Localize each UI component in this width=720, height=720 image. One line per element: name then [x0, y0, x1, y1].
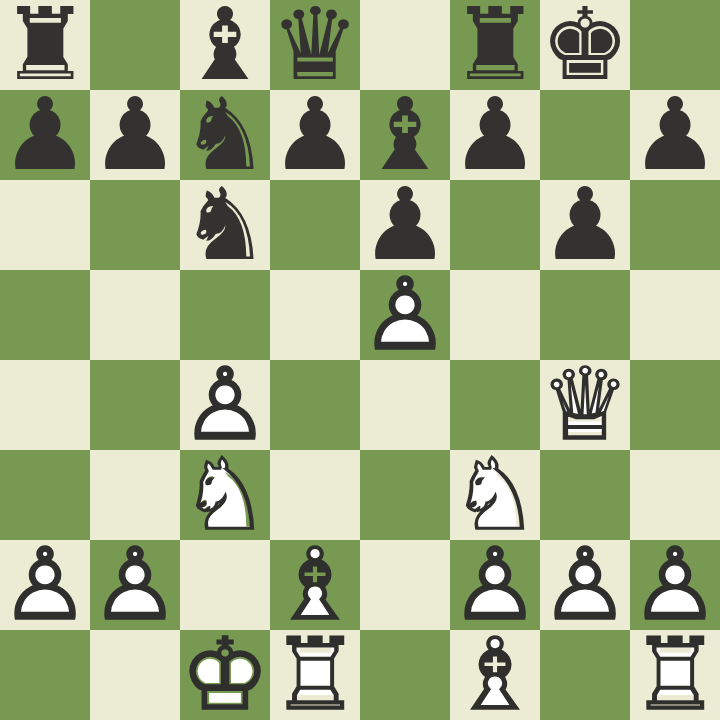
square-a2[interactable]: ♟♙ [0, 540, 90, 630]
square-a7[interactable]: ♟♙ [0, 90, 90, 180]
square-e6[interactable]: ♟♙ [360, 180, 450, 270]
white-bishop-outline: ♗ [450, 630, 540, 720]
square-f7[interactable]: ♟♙ [450, 90, 540, 180]
square-g6[interactable]: ♟♙ [540, 180, 630, 270]
square-e5[interactable]: ♟♙ [360, 270, 450, 360]
white-queen-outline: ♕ [540, 360, 630, 450]
square-h3[interactable] [630, 450, 720, 540]
piece-black-pawn: ♟♙ [450, 90, 540, 180]
white-pawn-outline: ♙ [540, 540, 630, 630]
square-e3[interactable] [360, 450, 450, 540]
square-h1[interactable]: ♜♖ [630, 630, 720, 720]
piece-black-rook: ♜♖ [450, 0, 540, 90]
square-b6[interactable] [90, 180, 180, 270]
white-pawn-glyph: ♟ [540, 540, 630, 630]
piece-black-pawn: ♟♙ [270, 90, 360, 180]
square-g1[interactable] [540, 630, 630, 720]
white-pawn-outline: ♙ [450, 540, 540, 630]
piece-black-bishop: ♝♗ [360, 90, 450, 180]
white-pawn-glyph: ♟ [630, 540, 720, 630]
square-c1[interactable]: ♚♔ [180, 630, 270, 720]
square-b4[interactable] [90, 360, 180, 450]
square-h5[interactable] [630, 270, 720, 360]
square-a5[interactable] [0, 270, 90, 360]
square-a4[interactable] [0, 360, 90, 450]
piece-black-knight: ♞♘ [180, 180, 270, 270]
square-e1[interactable] [360, 630, 450, 720]
square-d1[interactable]: ♜♖ [270, 630, 360, 720]
white-knight-outline: ♘ [180, 450, 270, 540]
piece-white-bishop: ♝♗ [450, 630, 540, 720]
square-g2[interactable]: ♟♙ [540, 540, 630, 630]
piece-white-pawn: ♟♙ [630, 540, 720, 630]
square-e2[interactable] [360, 540, 450, 630]
square-g3[interactable] [540, 450, 630, 540]
black-pawn-glyph: ♟ [270, 90, 360, 180]
square-e4[interactable] [360, 360, 450, 450]
square-b1[interactable] [90, 630, 180, 720]
white-pawn-glyph: ♟ [450, 540, 540, 630]
white-king-outline: ♔ [180, 630, 270, 720]
piece-white-bishop: ♝♗ [270, 540, 360, 630]
square-e7[interactable]: ♝♗ [360, 90, 450, 180]
black-rook-glyph: ♜ [450, 0, 540, 90]
chess-app: ♜♖♝♗♛♕♜♖♚♔♟♙♟♙♞♘♟♙♝♗♟♙♟♙♞♘♟♙♟♙♟♙♟♙♛♕♞♘♞♘… [0, 0, 720, 720]
white-pawn-outline: ♙ [630, 540, 720, 630]
piece-black-pawn: ♟♙ [630, 90, 720, 180]
white-pawn-glyph: ♟ [0, 540, 90, 630]
white-bishop-outline: ♗ [270, 540, 360, 630]
piece-black-pawn: ♟♙ [0, 90, 90, 180]
square-f1[interactable]: ♝♗ [450, 630, 540, 720]
white-pawn-glyph: ♟ [180, 360, 270, 450]
white-rook-glyph: ♜ [270, 630, 360, 720]
square-c4[interactable]: ♟♙ [180, 360, 270, 450]
black-pawn-glyph: ♟ [450, 90, 540, 180]
piece-white-king: ♚♔ [180, 630, 270, 720]
piece-black-pawn: ♟♙ [90, 90, 180, 180]
square-c8[interactable]: ♝♗ [180, 0, 270, 90]
piece-white-rook: ♜♖ [630, 630, 720, 720]
black-knight-glyph: ♞ [180, 90, 270, 180]
square-c3[interactable]: ♞♘ [180, 450, 270, 540]
square-c7[interactable]: ♞♘ [180, 90, 270, 180]
square-b8[interactable] [90, 0, 180, 90]
square-g7[interactable] [540, 90, 630, 180]
square-a3[interactable] [0, 450, 90, 540]
square-h7[interactable]: ♟♙ [630, 90, 720, 180]
black-queen-glyph: ♛ [270, 0, 360, 90]
white-rook-outline: ♖ [630, 630, 720, 720]
square-b2[interactable]: ♟♙ [90, 540, 180, 630]
white-rook-glyph: ♜ [630, 630, 720, 720]
white-pawn-glyph: ♟ [360, 270, 450, 360]
white-queen-glyph: ♛ [540, 360, 630, 450]
white-pawn-outline: ♙ [0, 540, 90, 630]
black-pawn-glyph: ♟ [630, 90, 720, 180]
piece-white-knight: ♞♘ [450, 450, 540, 540]
black-pawn-glyph: ♟ [540, 180, 630, 270]
piece-white-pawn: ♟♙ [90, 540, 180, 630]
square-d5[interactable] [270, 270, 360, 360]
square-c5[interactable] [180, 270, 270, 360]
square-d8[interactable]: ♛♕ [270, 0, 360, 90]
piece-white-pawn: ♟♙ [360, 270, 450, 360]
white-bishop-glyph: ♝ [450, 630, 540, 720]
white-pawn-outline: ♙ [180, 360, 270, 450]
square-b7[interactable]: ♟♙ [90, 90, 180, 180]
black-king-glyph: ♚ [540, 0, 630, 90]
black-knight-glyph: ♞ [180, 180, 270, 270]
square-a8[interactable]: ♜♖ [0, 0, 90, 90]
black-bishop-glyph: ♝ [360, 90, 450, 180]
piece-white-pawn: ♟♙ [180, 360, 270, 450]
square-c2[interactable] [180, 540, 270, 630]
black-pawn-glyph: ♟ [90, 90, 180, 180]
piece-black-king: ♚♔ [540, 0, 630, 90]
square-d4[interactable] [270, 360, 360, 450]
piece-white-knight: ♞♘ [180, 450, 270, 540]
square-a1[interactable] [0, 630, 90, 720]
white-pawn-outline: ♙ [90, 540, 180, 630]
white-knight-glyph: ♞ [180, 450, 270, 540]
white-knight-outline: ♘ [450, 450, 540, 540]
square-f4[interactable] [450, 360, 540, 450]
piece-black-queen: ♛♕ [270, 0, 360, 90]
white-pawn-glyph: ♟ [90, 540, 180, 630]
square-d2[interactable]: ♝♗ [270, 540, 360, 630]
square-h8[interactable] [630, 0, 720, 90]
piece-white-rook: ♜♖ [270, 630, 360, 720]
square-f2[interactable]: ♟♙ [450, 540, 540, 630]
white-pawn-outline: ♙ [360, 270, 450, 360]
piece-white-pawn: ♟♙ [540, 540, 630, 630]
square-g5[interactable] [540, 270, 630, 360]
square-b5[interactable] [90, 270, 180, 360]
piece-black-pawn: ♟♙ [360, 180, 450, 270]
white-rook-outline: ♖ [270, 630, 360, 720]
square-f3[interactable]: ♞♘ [450, 450, 540, 540]
black-pawn-glyph: ♟ [0, 90, 90, 180]
square-e8[interactable] [360, 0, 450, 90]
square-h4[interactable] [630, 360, 720, 450]
square-d6[interactable] [270, 180, 360, 270]
piece-black-bishop: ♝♗ [180, 0, 270, 90]
square-a6[interactable] [0, 180, 90, 270]
black-rook-glyph: ♜ [0, 0, 90, 90]
piece-black-knight: ♞♘ [180, 90, 270, 180]
square-b3[interactable] [90, 450, 180, 540]
black-pawn-glyph: ♟ [360, 180, 450, 270]
square-f5[interactable] [450, 270, 540, 360]
square-d3[interactable] [270, 450, 360, 540]
square-d7[interactable]: ♟♙ [270, 90, 360, 180]
square-f8[interactable]: ♜♖ [450, 0, 540, 90]
white-knight-glyph: ♞ [450, 450, 540, 540]
black-bishop-glyph: ♝ [180, 0, 270, 90]
square-g4[interactable]: ♛♕ [540, 360, 630, 450]
square-h6[interactable] [630, 180, 720, 270]
piece-black-rook: ♜♖ [0, 0, 90, 90]
white-bishop-glyph: ♝ [270, 540, 360, 630]
white-king-glyph: ♚ [180, 630, 270, 720]
piece-white-queen: ♛♕ [540, 360, 630, 450]
square-f6[interactable] [450, 180, 540, 270]
square-c6[interactable]: ♞♘ [180, 180, 270, 270]
piece-white-pawn: ♟♙ [0, 540, 90, 630]
piece-black-pawn: ♟♙ [540, 180, 630, 270]
piece-white-pawn: ♟♙ [450, 540, 540, 630]
chess-board: ♜♖♝♗♛♕♜♖♚♔♟♙♟♙♞♘♟♙♝♗♟♙♟♙♞♘♟♙♟♙♟♙♟♙♛♕♞♘♞♘… [0, 0, 720, 720]
square-g8[interactable]: ♚♔ [540, 0, 630, 90]
square-h2[interactable]: ♟♙ [630, 540, 720, 630]
